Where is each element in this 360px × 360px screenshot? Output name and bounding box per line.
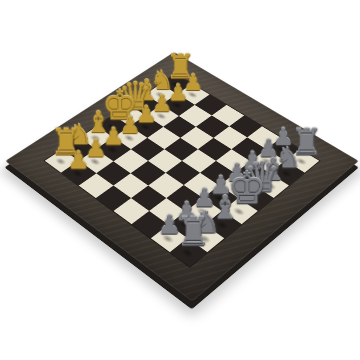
piece-shadow — [177, 245, 199, 261]
chess-board: ♜♟♟♜♞♟♟♞♝♟♟♝♛♟♟♛♚♟♟♚♝♟♟♝♞♟♟♞♜♟♟♜ — [5, 52, 359, 302]
piece-shadow — [85, 155, 105, 169]
gold-rook: ♜ — [165, 51, 187, 84]
piece-shadow — [103, 143, 122, 156]
piece-shadow — [157, 231, 178, 247]
piece-shadow — [152, 110, 171, 122]
piece-shadow — [119, 110, 138, 122]
piece-shadow — [68, 167, 88, 181]
piece-shadow — [241, 167, 261, 181]
piece-shadow — [209, 191, 230, 206]
piece-shadow — [192, 204, 213, 219]
square: ♜ — [285, 149, 319, 173]
chess-set-photo: ♜♟♟♜♞♟♟♞♝♟♟♝♛♟♟♛♚♟♟♚♝♟♟♝♞♟♟♞♜♟♟♜ — [0, 0, 360, 360]
piece-shadow — [86, 132, 105, 145]
piece-shadow — [69, 143, 88, 156]
silver-rook: ♜ — [290, 124, 314, 160]
piece-shadow — [194, 231, 215, 247]
piece-shadow — [51, 155, 70, 169]
gold-king: ♚ — [102, 86, 125, 127]
piece-shadow — [291, 155, 311, 169]
gold-queen: ♛ — [118, 77, 141, 115]
